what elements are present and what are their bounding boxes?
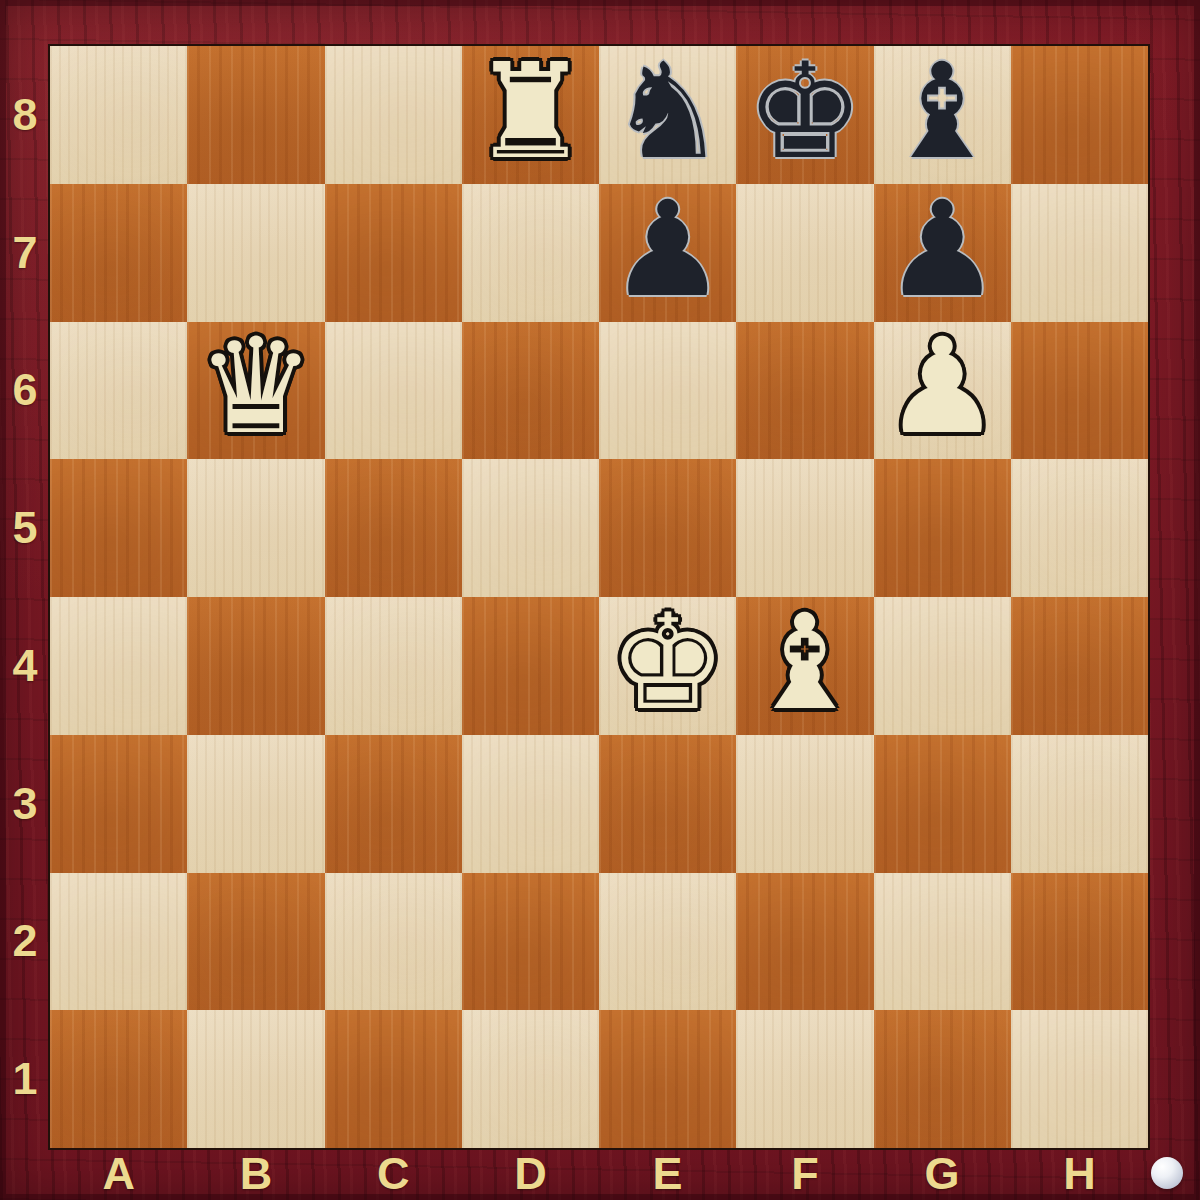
square-f7[interactable] [736, 184, 873, 322]
square-e5[interactable] [599, 459, 736, 597]
square-h5[interactable] [1011, 459, 1148, 597]
square-e4[interactable]: ♚ [599, 597, 736, 735]
square-f4[interactable]: ♝ [736, 597, 873, 735]
file-label-g: G [874, 1148, 1011, 1200]
square-a6[interactable] [50, 322, 187, 460]
file-label-c: C [325, 1148, 462, 1200]
piece-bB-g8[interactable]: ♝ [883, 45, 1001, 177]
square-f3[interactable] [736, 735, 873, 873]
square-a4[interactable] [50, 597, 187, 735]
square-d5[interactable] [462, 459, 599, 597]
square-e7[interactable]: ♟ [599, 184, 736, 322]
square-b8[interactable] [187, 46, 324, 184]
square-b2[interactable] [187, 873, 324, 1011]
piece-bP-e7[interactable]: ♟ [608, 183, 726, 315]
square-e3[interactable] [599, 735, 736, 873]
rank-label-3: 3 [0, 735, 50, 873]
square-h1[interactable] [1011, 1010, 1148, 1148]
square-b5[interactable] [187, 459, 324, 597]
square-e1[interactable] [599, 1010, 736, 1148]
rank-label-1: 1 [0, 1010, 50, 1148]
square-h8[interactable] [1011, 46, 1148, 184]
square-f8[interactable]: ♚ [736, 46, 873, 184]
square-a5[interactable] [50, 459, 187, 597]
square-e6[interactable] [599, 322, 736, 460]
file-labels: ABCDEFGH [50, 1148, 1148, 1200]
square-d7[interactable] [462, 184, 599, 322]
square-h4[interactable] [1011, 597, 1148, 735]
piece-wK-e4[interactable]: ♚ [608, 596, 726, 728]
square-e2[interactable] [599, 873, 736, 1011]
side-to-move-ball-icon [1151, 1157, 1183, 1189]
rank-label-8: 8 [0, 46, 50, 184]
square-g5[interactable] [874, 459, 1011, 597]
square-d8[interactable]: ♜ [462, 46, 599, 184]
square-h3[interactable] [1011, 735, 1148, 873]
square-d2[interactable] [462, 873, 599, 1011]
file-label-a: A [50, 1148, 187, 1200]
square-b7[interactable] [187, 184, 324, 322]
chess-board: ♜♞♚♝♟♟♛♟♚♝ [50, 46, 1148, 1148]
file-label-b: B [187, 1148, 324, 1200]
square-a7[interactable] [50, 184, 187, 322]
square-g6[interactable]: ♟ [874, 322, 1011, 460]
square-c8[interactable] [325, 46, 462, 184]
square-d1[interactable] [462, 1010, 599, 1148]
piece-bP-g7[interactable]: ♟ [883, 183, 1001, 315]
square-c6[interactable] [325, 322, 462, 460]
square-d3[interactable] [462, 735, 599, 873]
piece-wQ-b6[interactable]: ♛ [197, 320, 315, 452]
square-a2[interactable] [50, 873, 187, 1011]
square-f5[interactable] [736, 459, 873, 597]
square-g7[interactable]: ♟ [874, 184, 1011, 322]
piece-bK-f8[interactable]: ♚ [746, 45, 864, 177]
square-d6[interactable] [462, 322, 599, 460]
square-c1[interactable] [325, 1010, 462, 1148]
square-c7[interactable] [325, 184, 462, 322]
file-label-f: F [736, 1148, 873, 1200]
square-d4[interactable] [462, 597, 599, 735]
rank-labels: 87654321 [0, 46, 50, 1148]
square-c5[interactable] [325, 459, 462, 597]
rank-label-2: 2 [0, 873, 50, 1011]
square-g3[interactable] [874, 735, 1011, 873]
square-f6[interactable] [736, 322, 873, 460]
rank-label-7: 7 [0, 184, 50, 322]
piece-wR-d8[interactable]: ♜ [471, 45, 589, 177]
piece-wP-g6[interactable]: ♟ [883, 320, 1001, 452]
chess-app-window: 87654321 ♜♞♚♝♟♟♛♟♚♝ ABCDEFGH [0, 0, 1200, 1200]
square-g1[interactable] [874, 1010, 1011, 1148]
piece-wB-f4[interactable]: ♝ [746, 596, 864, 728]
square-h7[interactable] [1011, 184, 1148, 322]
square-b6[interactable]: ♛ [187, 322, 324, 460]
square-f1[interactable] [736, 1010, 873, 1148]
file-label-e: E [599, 1148, 736, 1200]
rank-label-5: 5 [0, 459, 50, 597]
square-f2[interactable] [736, 873, 873, 1011]
square-b1[interactable] [187, 1010, 324, 1148]
square-a3[interactable] [50, 735, 187, 873]
square-e8[interactable]: ♞ [599, 46, 736, 184]
file-label-h: H [1011, 1148, 1148, 1200]
square-c4[interactable] [325, 597, 462, 735]
square-g8[interactable]: ♝ [874, 46, 1011, 184]
square-c2[interactable] [325, 873, 462, 1011]
piece-bN-e8[interactable]: ♞ [608, 45, 726, 177]
square-b4[interactable] [187, 597, 324, 735]
square-b3[interactable] [187, 735, 324, 873]
square-a8[interactable] [50, 46, 187, 184]
square-h2[interactable] [1011, 873, 1148, 1011]
square-g4[interactable] [874, 597, 1011, 735]
file-label-d: D [462, 1148, 599, 1200]
rank-label-6: 6 [0, 322, 50, 460]
square-g2[interactable] [874, 873, 1011, 1011]
square-a1[interactable] [50, 1010, 187, 1148]
square-c3[interactable] [325, 735, 462, 873]
square-h6[interactable] [1011, 322, 1148, 460]
rank-label-4: 4 [0, 597, 50, 735]
